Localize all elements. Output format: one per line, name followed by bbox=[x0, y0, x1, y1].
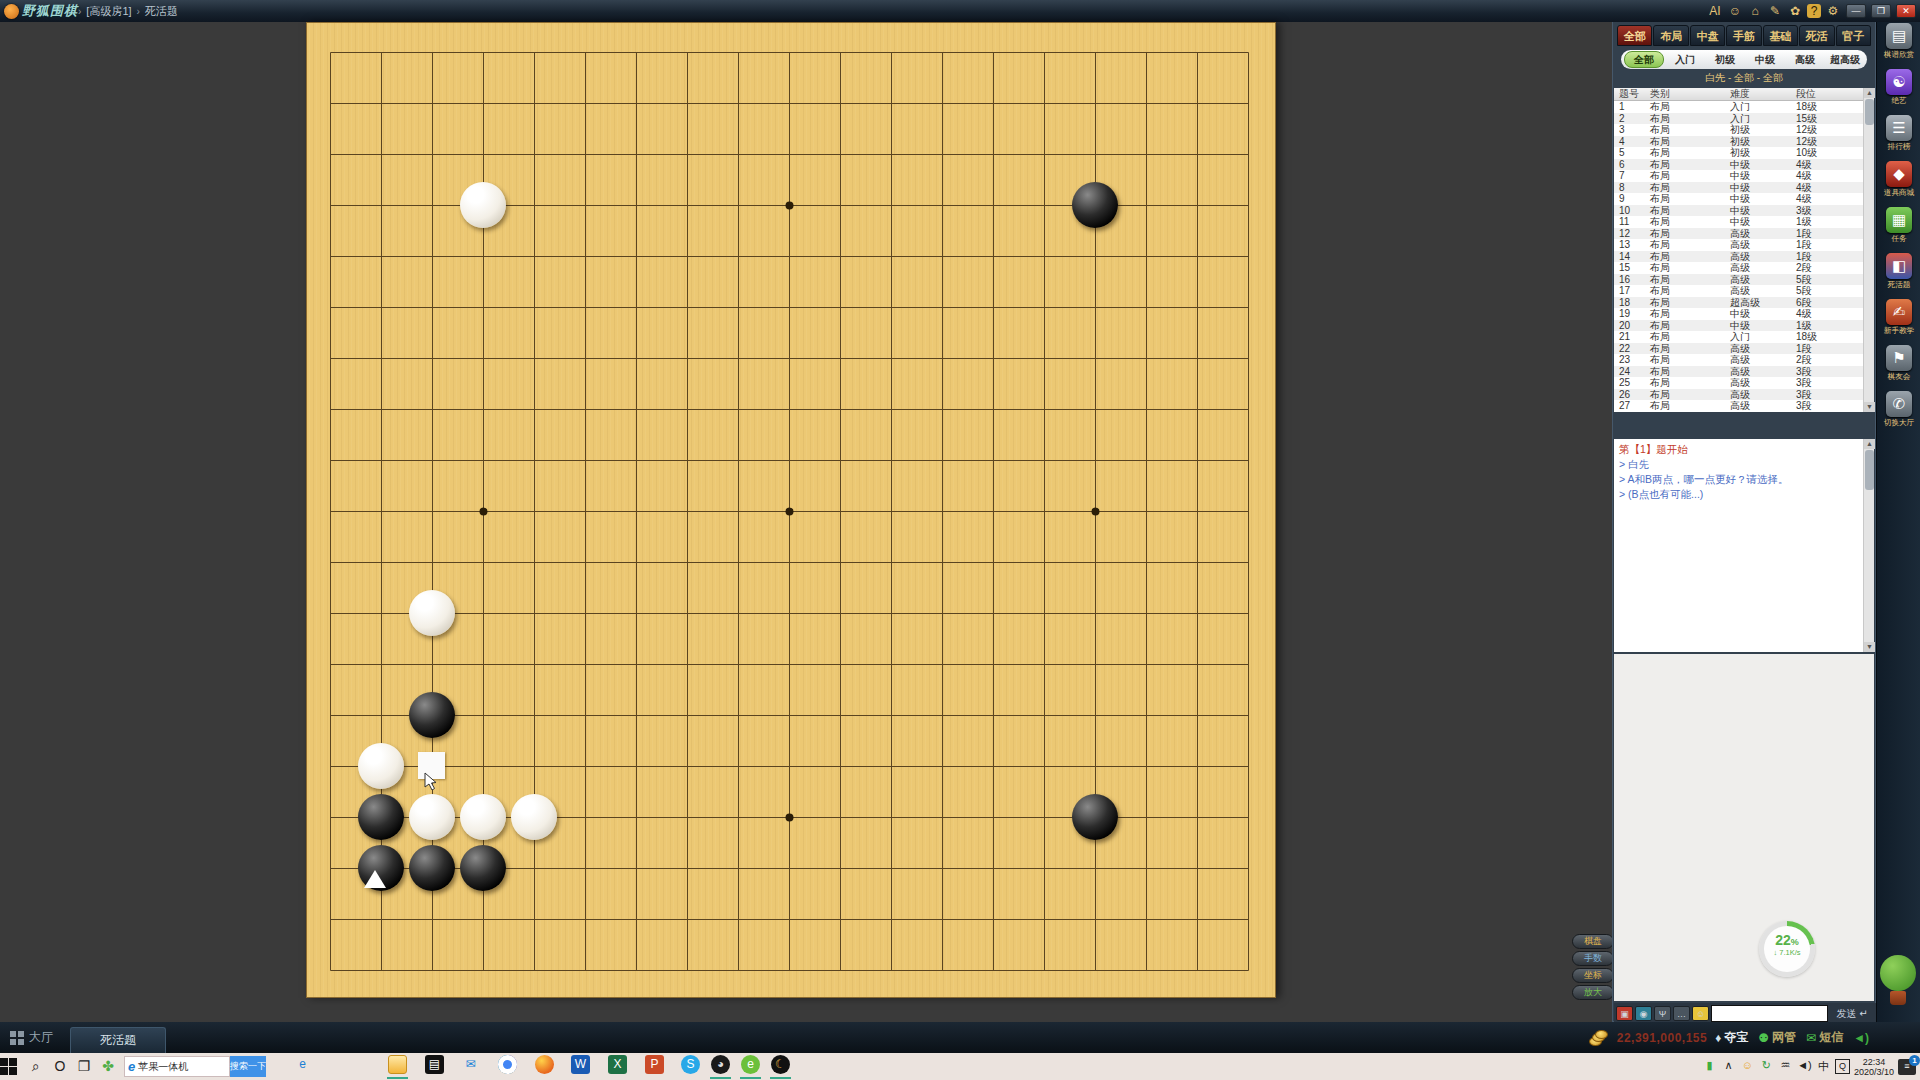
profile-icon[interactable]: ☺ bbox=[1727, 4, 1743, 18]
pill-入门[interactable]: 入门 bbox=[1666, 52, 1704, 67]
board-point[interactable] bbox=[406, 689, 457, 740]
tray-hidden-icons[interactable]: ∧ bbox=[1721, 1059, 1736, 1074]
active-underline bbox=[740, 1077, 761, 1079]
board-btn-3[interactable]: 坐标 bbox=[1572, 968, 1614, 983]
black-stone bbox=[358, 794, 404, 840]
wardrobe-icon[interactable]: ✿ bbox=[1787, 4, 1803, 18]
title-bar: 野狐围棋 › [高级房1] › 死活题 AI☺⌂✎✿?⚙ — ❐ ✕ bbox=[0, 0, 1920, 22]
board-point[interactable] bbox=[355, 740, 406, 791]
taskbar-task-view[interactable]: ❐ bbox=[72, 1058, 96, 1075]
taskbar-file-explorer[interactable] bbox=[388, 1055, 407, 1074]
app-bottom-bar: 大厅 死活题 22,391,000,155 ♦夺宝⚉网管✉短信◄) bbox=[0, 1022, 1920, 1053]
tray-ime[interactable]: 中 bbox=[1816, 1059, 1831, 1074]
table-row[interactable]: 2布局入门15级 bbox=[1614, 113, 1874, 125]
triangle-marker bbox=[364, 870, 386, 888]
table-row[interactable]: 24布局高级3段 bbox=[1614, 366, 1874, 378]
problem-panel: 全部布局中盘手筋基础死活官子 全部入门初级中级高级超高级 白先 - 全部 - 全… bbox=[1612, 22, 1876, 1022]
tray-usb[interactable]: ▮ bbox=[1702, 1059, 1717, 1074]
pill-全部[interactable]: 全部 bbox=[1624, 51, 1664, 68]
tab-lobby[interactable]: 大厅 bbox=[10, 1022, 70, 1053]
board-point[interactable] bbox=[457, 179, 508, 230]
table-row[interactable]: 20布局中级1级 bbox=[1614, 320, 1874, 332]
table-row[interactable]: 16布局高级5段 bbox=[1614, 274, 1874, 286]
download-progress-ring: 22% ↓ 7.1K/s bbox=[1759, 921, 1815, 977]
table-row[interactable]: 15布局高级2段 bbox=[1614, 262, 1874, 274]
board-btn-1[interactable]: 棋盘 bbox=[1572, 934, 1614, 949]
taskbar-clover-app[interactable]: ✤ bbox=[96, 1058, 120, 1075]
ie-icon: e bbox=[128, 1059, 135, 1074]
message-line: > A和B两点，哪一点更好？请选择。 bbox=[1619, 472, 1860, 487]
category-tabs: 全部布局中盘手筋基础死活官子 bbox=[1617, 25, 1871, 46]
system-tray: ▮∧☺↻♒◄)中Q 22:34 2020/3/10 ≡1 bbox=[1702, 1053, 1920, 1080]
table-row[interactable]: 6布局中级4级 bbox=[1614, 159, 1874, 171]
black-stone bbox=[1072, 794, 1118, 840]
tab-基础[interactable]: 基础 bbox=[1763, 25, 1798, 46]
scroll-down-icon[interactable]: ▼ bbox=[1864, 642, 1875, 652]
clock[interactable]: 22:34 2020/3/10 bbox=[1854, 1057, 1894, 1077]
table-row[interactable]: 13布局高级1段 bbox=[1614, 239, 1874, 251]
board-btn-4[interactable]: 放大 bbox=[1572, 985, 1614, 1000]
tab-官子[interactable]: 官子 bbox=[1836, 25, 1871, 46]
chat-input[interactable] bbox=[1711, 1005, 1828, 1022]
taskbar-firefox[interactable] bbox=[535, 1055, 554, 1074]
table-row[interactable]: 10布局中级3级 bbox=[1614, 205, 1874, 217]
message-line: > (B点也有可能...) bbox=[1619, 487, 1860, 502]
tray-safe-360[interactable]: ↻ bbox=[1759, 1059, 1774, 1074]
table-scrollbar[interactable]: ▲ ▼ bbox=[1863, 88, 1874, 412]
taskbar-browser-360[interactable]: e bbox=[741, 1055, 760, 1074]
table-row[interactable]: 5布局初级10级 bbox=[1614, 147, 1874, 159]
pill-中级[interactable]: 中级 bbox=[1746, 52, 1784, 67]
coins-icon bbox=[1589, 1030, 1609, 1046]
tray-quick[interactable]: Q bbox=[1835, 1059, 1850, 1074]
tab-全部[interactable]: 全部 bbox=[1617, 25, 1652, 46]
scroll-down-icon[interactable]: ▼ bbox=[1864, 402, 1875, 412]
sidebar-item-排行榜[interactable]: ☰排行榜 bbox=[1877, 115, 1920, 160]
table-row[interactable]: 26布局高级3段 bbox=[1614, 389, 1874, 401]
table-row[interactable]: 19布局中级4级 bbox=[1614, 308, 1874, 320]
table-row[interactable]: 3布局初级12级 bbox=[1614, 124, 1874, 136]
col-difficulty: 难度 bbox=[1730, 88, 1796, 100]
mouse-cursor bbox=[424, 772, 440, 792]
table-row[interactable]: 8布局中级4级 bbox=[1614, 182, 1874, 194]
problem-table: 题号 类别 难度 段位 1布局入门18级2布局入门15级3布局初级12级4布局初… bbox=[1614, 88, 1874, 412]
table-row[interactable]: 11布局中级1级 bbox=[1614, 216, 1874, 228]
white-stone bbox=[460, 794, 506, 840]
tray-emoji-app[interactable]: ☺ bbox=[1740, 1059, 1755, 1074]
black-stone bbox=[358, 845, 404, 891]
tab-手筋[interactable]: 手筋 bbox=[1726, 25, 1761, 46]
table-row[interactable]: 9布局中级4级 bbox=[1614, 193, 1874, 205]
tray-time: 22:34 bbox=[1854, 1057, 1894, 1067]
sidebar-icon: ☯ bbox=[1886, 69, 1912, 95]
coin-count: 22,391,000,155 bbox=[1617, 1031, 1707, 1045]
pill-高级[interactable]: 高级 bbox=[1786, 52, 1824, 67]
table-row[interactable]: 23布局高级2段 bbox=[1614, 354, 1874, 366]
table-row[interactable]: 14布局高级1段 bbox=[1614, 251, 1874, 263]
level-filter-bar: 全部入门初级中级高级超高级 bbox=[1621, 50, 1867, 69]
titlebar-controls: AI☺⌂✎✿?⚙ — ❐ ✕ bbox=[1707, 0, 1916, 22]
table-row[interactable]: 12布局高级1段 bbox=[1614, 228, 1874, 240]
white-stone bbox=[409, 590, 455, 636]
sidebar-icon: ▦ bbox=[1886, 207, 1912, 233]
feature-sidebar: ▤棋谱欣赏☯绝艺☰排行榜◆道具商城▦任务◧死活题✍新手教学⚑棋友会✆切换大厅 bbox=[1876, 22, 1920, 1022]
board-area: 棋盘手数坐标放大 上一题下一题重试答案 bbox=[0, 22, 1612, 1022]
board-point[interactable] bbox=[1069, 791, 1120, 842]
taskbar-skype[interactable]: S bbox=[681, 1055, 700, 1074]
taskbar-fox-go[interactable]: ☾ bbox=[771, 1055, 790, 1074]
board-point[interactable] bbox=[406, 842, 457, 893]
tab-problems[interactable]: 死活题 bbox=[70, 1027, 166, 1053]
tray-volume[interactable]: ◄) bbox=[1797, 1059, 1812, 1074]
tab-中盘[interactable]: 中盘 bbox=[1690, 25, 1725, 46]
taskbar-chrome[interactable] bbox=[498, 1055, 517, 1074]
board-point[interactable] bbox=[1069, 179, 1120, 230]
globe-icon[interactable]: ◉ bbox=[1635, 1006, 1652, 1021]
sidebar-icon: ✍ bbox=[1886, 299, 1912, 325]
table-row[interactable]: 17布局高级5段 bbox=[1614, 285, 1874, 297]
go-board[interactable] bbox=[306, 22, 1276, 998]
app-title: 野狐围棋 bbox=[22, 2, 78, 20]
taskbar-mail[interactable]: ✉ bbox=[461, 1055, 480, 1074]
pill-超高级[interactable]: 超高级 bbox=[1826, 52, 1864, 67]
table-header: 题号 类别 难度 段位 bbox=[1614, 88, 1874, 101]
board-point[interactable] bbox=[457, 842, 508, 893]
active-underline bbox=[387, 1077, 408, 1079]
sidebar-item-棋友会[interactable]: ⚑棋友会 bbox=[1877, 345, 1920, 390]
black-stone bbox=[409, 845, 455, 891]
home-icon[interactable]: ⌂ bbox=[1747, 4, 1763, 18]
white-stone bbox=[511, 794, 557, 840]
scroll-up-icon[interactable]: ▲ bbox=[1864, 88, 1875, 98]
breadcrumb-room: [高级房1] bbox=[86, 4, 131, 19]
scroll-thumb[interactable] bbox=[1865, 99, 1874, 125]
table-row[interactable]: 4布局初级12级 bbox=[1614, 136, 1874, 148]
message-panel: 第【1】题开始> 白先> A和B两点，哪一点更好？请选择。> (B点也有可能..… bbox=[1614, 439, 1874, 652]
restore-button[interactable]: ❐ bbox=[1871, 4, 1891, 18]
settings-icon[interactable]: ⚙ bbox=[1825, 4, 1841, 18]
black-stone bbox=[409, 692, 455, 738]
filter-summary[interactable]: 白先 - 全部 - 全部 bbox=[1613, 71, 1875, 85]
breadcrumb-separator: › bbox=[137, 6, 140, 17]
fox-logo-icon bbox=[4, 4, 19, 19]
tree-decoration bbox=[1878, 955, 1918, 1007]
microphone-icon[interactable]: Ψ bbox=[1654, 1006, 1671, 1021]
appbar-sound[interactable]: ◄) bbox=[1853, 1029, 1872, 1046]
sidebar-item-死活题[interactable]: ◧死活题 bbox=[1877, 253, 1920, 298]
table-row[interactable]: 22布局高级1段 bbox=[1614, 343, 1874, 355]
desktop-search-box[interactable]: e 苹果一体机 bbox=[124, 1056, 230, 1077]
lobby-label: 大厅 bbox=[29, 1029, 53, 1046]
scroll-thumb[interactable] bbox=[1865, 450, 1874, 490]
notification-icon[interactable]: ≡1 bbox=[1898, 1059, 1916, 1075]
table-row[interactable]: 21布局入门18级 bbox=[1614, 331, 1874, 343]
table-row[interactable]: 18布局超高级6段 bbox=[1614, 297, 1874, 309]
tab-死活[interactable]: 死活 bbox=[1799, 25, 1834, 46]
sidebar-item-切换大厅[interactable]: ✆切换大厅 bbox=[1877, 391, 1920, 436]
board-point[interactable] bbox=[355, 842, 406, 893]
sidebar-item-任务[interactable]: ▦任务 bbox=[1877, 207, 1920, 252]
board-point[interactable] bbox=[406, 791, 457, 842]
taskbar-search[interactable]: ⌕ bbox=[24, 1058, 48, 1075]
table-row[interactable]: 7布局中级4级 bbox=[1614, 170, 1874, 182]
appbar-treasure[interactable]: ♦夺宝 bbox=[1715, 1029, 1748, 1046]
windows-taskbar: ⌕O❐✤ e 苹果一体机 搜索一下 e▤✉WXPS◕e☾ ▮∧☺↻♒◄)中Q 2… bbox=[0, 1053, 1920, 1080]
search-placeholder: 苹果一体机 bbox=[138, 1060, 188, 1074]
taskbar-powerpoint[interactable]: P bbox=[645, 1055, 664, 1074]
table-row[interactable]: 25布局高级3段 bbox=[1614, 377, 1874, 389]
board-point[interactable] bbox=[457, 791, 508, 842]
board-point[interactable] bbox=[508, 791, 559, 842]
sidebar-item-新手教学[interactable]: ✍新手教学 bbox=[1877, 299, 1920, 344]
tray-wifi[interactable]: ♒ bbox=[1778, 1059, 1793, 1074]
taskbar-obs[interactable]: ◕ bbox=[711, 1055, 730, 1074]
appbar-sms[interactable]: ✉短信 bbox=[1806, 1029, 1843, 1046]
sidebar-icon: ▤ bbox=[1886, 23, 1912, 49]
board-btn-2[interactable]: 手数 bbox=[1572, 951, 1614, 966]
board-point[interactable] bbox=[355, 791, 406, 842]
sidebar-icon: ◆ bbox=[1886, 161, 1912, 187]
pill-初级[interactable]: 初级 bbox=[1706, 52, 1744, 67]
speech-bubble-icon[interactable]: … bbox=[1673, 1006, 1690, 1021]
close-button[interactable]: ✕ bbox=[1896, 4, 1916, 18]
chat-icon[interactable]: ✎ bbox=[1767, 4, 1783, 18]
taskbar-edge[interactable]: e bbox=[293, 1055, 312, 1074]
black-stone bbox=[460, 845, 506, 891]
start-button[interactable] bbox=[0, 1058, 24, 1075]
sidebar-icon: ◧ bbox=[1886, 253, 1912, 279]
table-row[interactable]: 27布局高级3段 bbox=[1614, 400, 1874, 412]
help-icon[interactable]: ? bbox=[1807, 4, 1821, 18]
taskbar-word[interactable]: W bbox=[571, 1055, 590, 1074]
taskbar-store[interactable]: ▤ bbox=[425, 1055, 444, 1074]
white-stone bbox=[409, 794, 455, 840]
tray-date: 2020/3/10 bbox=[1854, 1067, 1894, 1077]
message-line: > 白先 bbox=[1619, 457, 1860, 472]
chat-input-row: ▣◉Ψ…☺ 发送 ↵ bbox=[1614, 1003, 1876, 1024]
send-button[interactable]: 发送 ↵ bbox=[1830, 1007, 1874, 1021]
sidebar-icon: ⚑ bbox=[1886, 345, 1912, 371]
sidebar-item-棋谱欣赏[interactable]: ▤棋谱欣赏 bbox=[1877, 23, 1920, 68]
breadcrumb-separator: › bbox=[78, 6, 81, 17]
notification-badge: 1 bbox=[1909, 1055, 1920, 1066]
lobby-grid-icon bbox=[10, 1031, 24, 1045]
white-stone bbox=[460, 182, 506, 228]
ai-icon[interactable]: AI bbox=[1707, 4, 1723, 18]
taskbar-cortana[interactable]: O bbox=[48, 1058, 72, 1075]
message-scrollbar[interactable]: ▲ ▼ bbox=[1863, 439, 1874, 652]
col-id: 题号 bbox=[1614, 88, 1650, 100]
sidebar-item-道具商城[interactable]: ◆道具商城 bbox=[1877, 161, 1920, 206]
video-icon[interactable]: ▣ bbox=[1616, 1006, 1633, 1021]
white-stone bbox=[358, 743, 404, 789]
progress-speed: ↓ 7.1K/s bbox=[1764, 948, 1810, 957]
appbar-status: 22,391,000,155 ♦夺宝⚉网管✉短信◄) bbox=[1589, 1022, 1872, 1053]
minimize-button[interactable]: — bbox=[1846, 4, 1866, 18]
scroll-up-icon[interactable]: ▲ bbox=[1864, 439, 1875, 449]
search-go-button[interactable]: 搜索一下 bbox=[230, 1056, 266, 1077]
sidebar-icon: ☰ bbox=[1886, 115, 1912, 141]
research-panel: 22% ↓ 7.1K/s bbox=[1614, 654, 1874, 1001]
tab-布局[interactable]: 布局 bbox=[1653, 25, 1688, 46]
black-stone bbox=[1072, 182, 1118, 228]
active-underline bbox=[710, 1077, 731, 1079]
message-line: 第【1】题开始 bbox=[1619, 442, 1860, 457]
emoji-icon[interactable]: ☺ bbox=[1692, 1006, 1709, 1021]
appbar-admin[interactable]: ⚉网管 bbox=[1758, 1029, 1796, 1046]
breadcrumb-mode: 死活题 bbox=[145, 4, 178, 19]
col-category: 类别 bbox=[1650, 88, 1730, 100]
stone-grid bbox=[304, 26, 1273, 995]
table-row[interactable]: 1布局入门18级 bbox=[1614, 101, 1874, 113]
table-body: 1布局入门18级2布局入门15级3布局初级12级4布局初级12级5布局初级10级… bbox=[1614, 101, 1874, 412]
progress-percent: 22% bbox=[1764, 932, 1810, 948]
app-logo: 野狐围棋 bbox=[4, 2, 78, 20]
col-rank: 段位 bbox=[1796, 88, 1862, 100]
taskbar-excel[interactable]: X bbox=[608, 1055, 627, 1074]
sidebar-icon: ✆ bbox=[1886, 391, 1912, 417]
sidebar-item-绝艺[interactable]: ☯绝艺 bbox=[1877, 69, 1920, 114]
board-point[interactable] bbox=[406, 587, 457, 638]
active-underline bbox=[770, 1077, 791, 1079]
